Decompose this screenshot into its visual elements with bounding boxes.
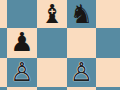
white-pawn-piece: ♙: [70, 59, 93, 85]
white-pawn-square[interactable]: ♙: [67, 58, 96, 87]
empty-square[interactable]: [96, 28, 120, 58]
white-pawn-piece: ♙: [10, 59, 33, 85]
empty-square[interactable]: [7, 0, 37, 28]
empty-square[interactable]: [7, 87, 37, 90]
empty-square[interactable]: [96, 0, 120, 28]
empty-square[interactable]: [37, 28, 67, 58]
empty-square[interactable]: [0, 28, 7, 58]
chessboard-crop: ♝♞♟♙♙: [0, 0, 120, 90]
black-bishop-piece: ♝: [40, 1, 63, 27]
white-pawn-square[interactable]: ♙: [7, 58, 37, 87]
empty-square[interactable]: [37, 58, 67, 87]
empty-square[interactable]: [0, 58, 7, 87]
empty-square[interactable]: [67, 28, 96, 58]
black-knight-square[interactable]: ♞: [67, 0, 96, 28]
empty-square[interactable]: [96, 87, 120, 90]
black-bishop-square[interactable]: ♝: [37, 0, 67, 28]
empty-square[interactable]: [0, 0, 7, 28]
board-grid: ♝♞♟♙♙: [0, 0, 120, 90]
black-pawn-square[interactable]: ♟: [7, 28, 37, 58]
empty-square[interactable]: [96, 58, 120, 87]
empty-square[interactable]: [67, 87, 96, 90]
empty-square[interactable]: [0, 87, 7, 90]
black-knight-piece: ♞: [70, 1, 93, 27]
empty-square[interactable]: [37, 87, 67, 90]
black-pawn-piece: ♟: [10, 29, 33, 55]
